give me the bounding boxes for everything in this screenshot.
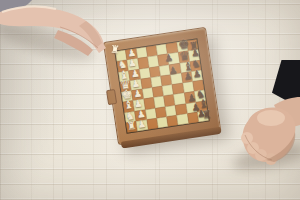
scene-photo: ♜♞♝♛♚♝♞♜♟♟♟♟♟♟♟♟♚♜♛♟♝♞♟♟♟♟♟♞♟♝♟♜	[0, 0, 300, 200]
chess-board: ♜♞♝♛♚♝♞♜♟♟♟♟♟♟♟♟♚♜♛♟♝♞♟♟♟♟♟♞♟♝♟♜	[103, 27, 221, 145]
chess-piece-black-pawn[interactable]: ♟	[183, 70, 193, 81]
chess-piece-white-rook[interactable]: ♜	[126, 120, 137, 132]
pieces-layer: ♜♞♝♛♚♝♞♜♟♟♟♟♟♟♟♟♚♜♛♟♝♞♟♟♟♟♟♞♟♝♟♜	[115, 39, 208, 132]
chess-piece-black-pawn[interactable]: ♟	[168, 64, 178, 75]
chess-piece-black-rook[interactable]: ♜	[201, 108, 212, 120]
chess-piece-black-pawn[interactable]: ♟	[192, 68, 202, 79]
chess-piece-white-rook-held[interactable]: ♜	[109, 44, 119, 55]
chess-piece-black-pawn[interactable]: ♟	[164, 53, 174, 64]
chess-piece-white-pawn[interactable]: ♟	[137, 119, 147, 130]
board-clasp	[106, 89, 117, 105]
